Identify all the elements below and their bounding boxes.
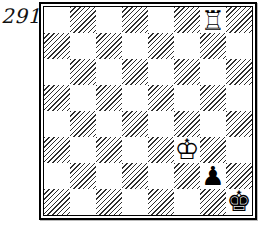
square-h3: [226, 137, 252, 163]
square-g3: [200, 137, 226, 163]
square-a4: [44, 111, 70, 137]
square-a8: [44, 7, 70, 33]
square-b3: [70, 137, 96, 163]
square-c7: [96, 33, 122, 59]
square-e6: [148, 59, 174, 85]
square-g4: [200, 111, 226, 137]
square-a3: [44, 137, 70, 163]
square-e4: [148, 111, 174, 137]
book-page: 291 ♖♔♟♚: [0, 0, 266, 225]
square-h8: [226, 7, 252, 33]
square-a6: [44, 59, 70, 85]
piece-white-king: ♔: [174, 136, 199, 164]
square-c8: [96, 7, 122, 33]
piece-black-pawn: ♟: [201, 163, 224, 189]
square-e1: [148, 189, 174, 215]
square-e5: [148, 85, 174, 111]
square-f6: [174, 59, 200, 85]
square-f7: [174, 33, 200, 59]
square-f5: [174, 85, 200, 111]
square-c5: [96, 85, 122, 111]
square-b5: [70, 85, 96, 111]
square-g8: ♖: [200, 7, 226, 33]
chess-board: ♖♔♟♚: [44, 7, 252, 215]
piece-white-rook: ♖: [201, 7, 225, 34]
square-g2: ♟: [200, 163, 226, 189]
square-d3: [122, 137, 148, 163]
square-d4: [122, 111, 148, 137]
square-e3: [148, 137, 174, 163]
square-c6: [96, 59, 122, 85]
square-h1: ♚: [226, 189, 252, 215]
square-d6: [122, 59, 148, 85]
square-h5: [226, 85, 252, 111]
square-c4: [96, 111, 122, 137]
square-e7: [148, 33, 174, 59]
diagram-number: 291: [1, 4, 41, 28]
square-b7: [70, 33, 96, 59]
square-f8: [174, 7, 200, 33]
board-frame: ♖♔♟♚: [39, 2, 257, 220]
square-a2: [44, 163, 70, 189]
square-c2: [96, 163, 122, 189]
square-c1: [96, 189, 122, 215]
square-a1: [44, 189, 70, 215]
square-b4: [70, 111, 96, 137]
square-a5: [44, 85, 70, 111]
square-b2: [70, 163, 96, 189]
square-b1: [70, 189, 96, 215]
square-d2: [122, 163, 148, 189]
square-g6: [200, 59, 226, 85]
square-d5: [122, 85, 148, 111]
square-e2: [148, 163, 174, 189]
square-g1: [200, 189, 226, 215]
square-b8: [70, 7, 96, 33]
square-d1: [122, 189, 148, 215]
square-f3: ♔: [174, 137, 200, 163]
square-h7: [226, 33, 252, 59]
board-inner-frame: ♖♔♟♚: [43, 6, 253, 216]
square-e8: [148, 7, 174, 33]
square-g7: [200, 33, 226, 59]
square-f2: [174, 163, 200, 189]
square-g5: [200, 85, 226, 111]
square-d7: [122, 33, 148, 59]
piece-black-king: ♚: [226, 188, 251, 216]
square-d8: [122, 7, 148, 33]
square-h4: [226, 111, 252, 137]
square-c3: [96, 137, 122, 163]
square-f1: [174, 189, 200, 215]
square-b6: [70, 59, 96, 85]
square-a7: [44, 33, 70, 59]
square-h6: [226, 59, 252, 85]
